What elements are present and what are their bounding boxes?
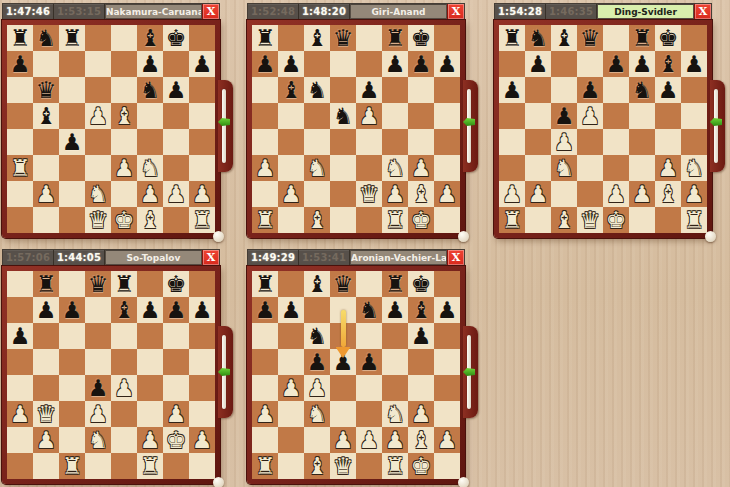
square-e7[interactable]	[356, 51, 382, 77]
square-b5[interactable]: ♝	[33, 103, 59, 129]
square-h8[interactable]	[189, 271, 215, 297]
square-h2[interactable]: ♟	[434, 427, 460, 453]
square-h6[interactable]	[189, 77, 215, 103]
square-a1[interactable]	[7, 453, 33, 479]
square-f5[interactable]	[137, 349, 163, 375]
square-b4[interactable]	[33, 375, 59, 401]
square-b2[interactable]: ♟	[33, 181, 59, 207]
square-c7[interactable]	[59, 51, 85, 77]
square-a6[interactable]: ♟	[7, 323, 33, 349]
square-g1[interactable]	[655, 207, 681, 233]
close-button[interactable]: X	[694, 4, 711, 19]
square-b7[interactable]	[33, 51, 59, 77]
square-f1[interactable]	[629, 207, 655, 233]
square-h3[interactable]	[189, 401, 215, 427]
square-f4[interactable]	[137, 375, 163, 401]
corner-knob[interactable]	[458, 477, 469, 487]
square-b6[interactable]	[525, 77, 551, 103]
square-g4[interactable]	[163, 375, 189, 401]
square-f7[interactable]: ♟	[382, 297, 408, 323]
square-c5[interactable]	[59, 349, 85, 375]
square-a2[interactable]	[7, 181, 33, 207]
square-e3[interactable]: ♟	[111, 155, 137, 181]
square-h3[interactable]	[434, 155, 460, 181]
square-e2[interactable]: ♛	[356, 181, 382, 207]
square-g4[interactable]	[408, 375, 434, 401]
square-e4[interactable]: ♟	[111, 375, 137, 401]
square-c7[interactable]	[304, 51, 330, 77]
square-d1[interactable]: ♛	[577, 207, 603, 233]
square-f3[interactable]	[137, 401, 163, 427]
square-c6[interactable]: ♞	[304, 323, 330, 349]
square-b8[interactable]: ♞	[525, 25, 551, 51]
square-g4[interactable]	[163, 129, 189, 155]
square-b8[interactable]	[278, 25, 304, 51]
square-f1[interactable]: ♜	[382, 207, 408, 233]
square-c3[interactable]: ♞	[551, 155, 577, 181]
square-e3[interactable]	[356, 401, 382, 427]
square-b3[interactable]	[33, 155, 59, 181]
square-e6[interactable]	[111, 323, 137, 349]
square-d4[interactable]	[577, 129, 603, 155]
square-b4[interactable]	[33, 129, 59, 155]
square-h1[interactable]: ♜	[681, 207, 707, 233]
square-b3[interactable]	[278, 155, 304, 181]
square-h3[interactable]	[189, 155, 215, 181]
square-c2[interactable]	[304, 181, 330, 207]
square-f6[interactable]: ♞	[137, 77, 163, 103]
square-b6[interactable]: ♝	[278, 77, 304, 103]
square-a3[interactable]: ♟	[252, 401, 278, 427]
square-d7[interactable]	[85, 51, 111, 77]
close-button[interactable]: X	[447, 250, 464, 265]
square-e7[interactable]: ♞	[356, 297, 382, 323]
square-b1[interactable]	[33, 453, 59, 479]
square-h7[interactable]: ♟	[189, 51, 215, 77]
square-g5[interactable]	[408, 103, 434, 129]
square-f1[interactable]: ♜	[382, 453, 408, 479]
slider-track[interactable]	[467, 335, 471, 409]
square-f7[interactable]: ♟	[382, 51, 408, 77]
square-d2[interactable]: ♞	[85, 427, 111, 453]
slider-handle[interactable]	[218, 118, 230, 126]
square-a3[interactable]: ♜	[7, 155, 33, 181]
square-d8[interactable]: ♛	[330, 25, 356, 51]
square-d2[interactable]: ♟	[330, 427, 356, 453]
square-b4[interactable]: ♟	[278, 375, 304, 401]
square-h2[interactable]: ♟	[189, 427, 215, 453]
square-e6[interactable]	[356, 323, 382, 349]
slider-handle[interactable]	[218, 368, 230, 376]
square-d3[interactable]	[577, 155, 603, 181]
square-g7[interactable]: ♟	[163, 297, 189, 323]
square-a2[interactable]: ♟	[499, 181, 525, 207]
square-f4[interactable]	[629, 129, 655, 155]
corner-knob[interactable]	[705, 231, 716, 242]
square-c5[interactable]: ♟	[304, 349, 330, 375]
slider-handle[interactable]	[710, 118, 722, 126]
square-g2[interactable]: ♟	[163, 181, 189, 207]
square-g1[interactable]: ♚	[408, 207, 434, 233]
square-g5[interactable]	[408, 349, 434, 375]
square-d2[interactable]	[330, 181, 356, 207]
square-h8[interactable]	[434, 25, 460, 51]
square-b5[interactable]	[525, 103, 551, 129]
square-f7[interactable]: ♟	[137, 297, 163, 323]
square-a2[interactable]	[252, 427, 278, 453]
square-h4[interactable]	[434, 375, 460, 401]
square-e2[interactable]: ♟	[356, 427, 382, 453]
square-g2[interactable]: ♝	[408, 181, 434, 207]
square-c8[interactable]: ♝	[304, 271, 330, 297]
square-c2[interactable]	[304, 427, 330, 453]
square-a6[interactable]	[7, 77, 33, 103]
square-e8[interactable]	[356, 271, 382, 297]
square-e8[interactable]	[111, 25, 137, 51]
square-g5[interactable]	[163, 349, 189, 375]
square-e3[interactable]	[603, 155, 629, 181]
square-g5[interactable]	[163, 103, 189, 129]
square-f6[interactable]	[382, 323, 408, 349]
square-h4[interactable]	[189, 129, 215, 155]
square-g7[interactable]	[163, 51, 189, 77]
square-c6[interactable]: ♞	[304, 77, 330, 103]
square-e3[interactable]	[111, 401, 137, 427]
square-d5[interactable]: ♞	[330, 103, 356, 129]
square-d2[interactable]	[577, 181, 603, 207]
chess-board[interactable]: ♜♝♛♜♚♟♟♞♟♝♟♞♟♟♟♟♟♟♟♞♞♟♟♟♟♝♟♜♝♛♜♚	[252, 271, 460, 479]
square-e1[interactable]	[356, 207, 382, 233]
square-c2[interactable]	[551, 181, 577, 207]
square-a4[interactable]	[7, 375, 33, 401]
square-f4[interactable]	[137, 129, 163, 155]
square-c4[interactable]	[304, 129, 330, 155]
square-d4[interactable]	[330, 375, 356, 401]
square-f4[interactable]	[382, 129, 408, 155]
corner-knob[interactable]	[213, 477, 224, 487]
square-g8[interactable]: ♚	[408, 25, 434, 51]
square-f6[interactable]	[382, 77, 408, 103]
square-a1[interactable]	[7, 207, 33, 233]
square-c5[interactable]	[59, 103, 85, 129]
square-d5[interactable]: ♟	[577, 103, 603, 129]
square-f1[interactable]: ♝	[137, 207, 163, 233]
square-b2[interactable]: ♟	[33, 427, 59, 453]
square-a1[interactable]: ♜	[252, 207, 278, 233]
square-a7[interactable]: ♟	[252, 51, 278, 77]
square-e2[interactable]	[111, 427, 137, 453]
square-d1[interactable]: ♛	[85, 207, 111, 233]
square-h6[interactable]	[681, 77, 707, 103]
square-c7[interactable]	[551, 51, 577, 77]
square-h5[interactable]	[189, 103, 215, 129]
square-h1[interactable]	[434, 453, 460, 479]
square-f2[interactable]: ♟	[137, 181, 163, 207]
square-c3[interactable]	[59, 401, 85, 427]
square-c8[interactable]: ♝	[551, 25, 577, 51]
square-f5[interactable]	[382, 103, 408, 129]
square-d1[interactable]	[85, 453, 111, 479]
square-h1[interactable]	[434, 207, 460, 233]
square-c6[interactable]	[551, 77, 577, 103]
close-button[interactable]: X	[202, 4, 219, 19]
square-e5[interactable]: ♟	[356, 103, 382, 129]
square-a8[interactable]: ♜	[7, 25, 33, 51]
square-a3[interactable]: ♟	[252, 155, 278, 181]
square-h5[interactable]	[434, 349, 460, 375]
square-f2[interactable]: ♟	[629, 181, 655, 207]
square-f5[interactable]	[629, 103, 655, 129]
corner-knob[interactable]	[458, 231, 469, 242]
square-b2[interactable]: ♟	[278, 181, 304, 207]
square-g2[interactable]: ♝	[655, 181, 681, 207]
square-h7[interactable]: ♟	[434, 297, 460, 323]
square-g6[interactable]	[408, 77, 434, 103]
square-h8[interactable]	[189, 25, 215, 51]
square-e5[interactable]	[603, 103, 629, 129]
square-f5[interactable]	[382, 349, 408, 375]
square-e4[interactable]	[603, 129, 629, 155]
square-c3[interactable]: ♞	[304, 155, 330, 181]
square-a4[interactable]	[499, 129, 525, 155]
square-f3[interactable]	[629, 155, 655, 181]
square-b7[interactable]: ♟	[278, 51, 304, 77]
square-d3[interactable]	[85, 155, 111, 181]
square-b7[interactable]: ♟	[525, 51, 551, 77]
slider-handle[interactable]	[463, 118, 475, 126]
square-f5[interactable]	[137, 103, 163, 129]
square-c8[interactable]: ♝	[304, 25, 330, 51]
square-c1[interactable]: ♝	[304, 453, 330, 479]
square-a2[interactable]	[252, 181, 278, 207]
square-h1[interactable]	[189, 453, 215, 479]
square-h6[interactable]	[434, 77, 460, 103]
close-button[interactable]: X	[202, 250, 219, 265]
square-c7[interactable]	[304, 297, 330, 323]
square-e5[interactable]: ♝	[111, 103, 137, 129]
slider-track[interactable]	[222, 335, 226, 409]
square-g3[interactable]: ♟	[408, 401, 434, 427]
square-b7[interactable]: ♟	[33, 297, 59, 323]
players-label[interactable]: Nakamura-Caruana	[105, 4, 202, 19]
square-f2[interactable]: ♟	[382, 427, 408, 453]
chess-board[interactable]: ♜♞♝♛♜♚♟♟♟♝♟♟♟♞♟♟♟♟♞♟♞♟♟♟♟♝♟♜♝♛♚♜	[499, 25, 707, 233]
square-g3[interactable]: ♟	[655, 155, 681, 181]
square-g2[interactable]: ♝	[408, 427, 434, 453]
square-b1[interactable]	[525, 207, 551, 233]
square-a4[interactable]	[252, 375, 278, 401]
square-e3[interactable]	[356, 155, 382, 181]
square-h4[interactable]	[681, 129, 707, 155]
square-e2[interactable]: ♟	[603, 181, 629, 207]
square-g3[interactable]: ♟	[408, 155, 434, 181]
square-g8[interactable]: ♚	[655, 25, 681, 51]
square-b3[interactable]	[278, 401, 304, 427]
square-b6[interactable]	[278, 323, 304, 349]
square-b1[interactable]	[33, 207, 59, 233]
square-e8[interactable]	[603, 25, 629, 51]
square-g8[interactable]: ♚	[163, 25, 189, 51]
square-g6[interactable]: ♟	[655, 77, 681, 103]
square-g7[interactable]: ♝	[408, 297, 434, 323]
square-b3[interactable]	[525, 155, 551, 181]
chess-board[interactable]: ♜♝♛♜♚♟♟♟♟♟♝♞♟♞♟♟♞♞♟♟♛♟♝♟♜♝♜♚	[252, 25, 460, 233]
square-b1[interactable]	[278, 207, 304, 233]
square-c4[interactable]: ♟	[304, 375, 330, 401]
square-a8[interactable]	[7, 271, 33, 297]
square-c1[interactable]: ♜	[59, 453, 85, 479]
square-h7[interactable]: ♟	[189, 297, 215, 323]
square-c6[interactable]	[59, 323, 85, 349]
square-a7[interactable]	[7, 297, 33, 323]
square-f6[interactable]	[137, 323, 163, 349]
square-c1[interactable]	[59, 207, 85, 233]
square-e2[interactable]	[111, 181, 137, 207]
square-c6[interactable]	[59, 77, 85, 103]
square-g4[interactable]	[655, 129, 681, 155]
close-button[interactable]: X	[447, 4, 464, 19]
square-h3[interactable]	[434, 401, 460, 427]
square-c8[interactable]	[59, 271, 85, 297]
square-d1[interactable]	[330, 207, 356, 233]
square-g6[interactable]	[163, 323, 189, 349]
square-h8[interactable]	[681, 25, 707, 51]
square-d1[interactable]: ♛	[330, 453, 356, 479]
square-b5[interactable]	[278, 103, 304, 129]
square-d2[interactable]: ♞	[85, 181, 111, 207]
square-a5[interactable]	[252, 349, 278, 375]
square-g7[interactable]: ♝	[655, 51, 681, 77]
square-h2[interactable]: ♟	[189, 181, 215, 207]
square-c2[interactable]	[59, 427, 85, 453]
square-a1[interactable]: ♜	[252, 453, 278, 479]
square-a8[interactable]: ♜	[252, 25, 278, 51]
square-f1[interactable]: ♜	[137, 453, 163, 479]
square-g3[interactable]: ♟	[163, 401, 189, 427]
square-h5[interactable]	[434, 103, 460, 129]
square-c7[interactable]: ♟	[59, 297, 85, 323]
square-a5[interactable]	[7, 349, 33, 375]
square-g4[interactable]	[408, 129, 434, 155]
square-e6[interactable]	[603, 77, 629, 103]
square-a8[interactable]: ♜	[499, 25, 525, 51]
square-g8[interactable]: ♚	[163, 271, 189, 297]
square-d4[interactable]	[330, 129, 356, 155]
square-g3[interactable]	[163, 155, 189, 181]
square-c1[interactable]: ♝	[304, 207, 330, 233]
square-b8[interactable]: ♜	[33, 271, 59, 297]
square-d6[interactable]	[330, 77, 356, 103]
square-e1[interactable]	[356, 453, 382, 479]
corner-knob[interactable]	[213, 231, 224, 242]
square-a6[interactable]: ♟	[499, 77, 525, 103]
square-f7[interactable]: ♟	[137, 51, 163, 77]
square-d6[interactable]	[85, 77, 111, 103]
square-f8[interactable]: ♜	[382, 25, 408, 51]
square-b5[interactable]	[278, 349, 304, 375]
square-c2[interactable]	[59, 181, 85, 207]
square-g7[interactable]: ♟	[408, 51, 434, 77]
square-a3[interactable]	[499, 155, 525, 181]
square-g6[interactable]: ♟	[408, 323, 434, 349]
slider-track[interactable]	[222, 89, 226, 163]
square-e5[interactable]: ♟	[356, 349, 382, 375]
square-b4[interactable]	[525, 129, 551, 155]
square-d7[interactable]	[577, 51, 603, 77]
players-label[interactable]: Aronian-Vachier-Lagrave	[350, 250, 447, 265]
square-c5[interactable]: ♟	[551, 103, 577, 129]
square-h6[interactable]	[189, 323, 215, 349]
square-c3[interactable]	[59, 155, 85, 181]
square-b1[interactable]	[278, 453, 304, 479]
square-c4[interactable]: ♟	[59, 129, 85, 155]
square-b8[interactable]	[278, 271, 304, 297]
square-f8[interactable]	[137, 271, 163, 297]
square-e1[interactable]: ♚	[111, 207, 137, 233]
square-g1[interactable]	[163, 207, 189, 233]
square-h4[interactable]	[189, 375, 215, 401]
square-d6[interactable]	[85, 323, 111, 349]
square-a4[interactable]	[252, 129, 278, 155]
square-a1[interactable]: ♜	[499, 207, 525, 233]
square-b4[interactable]	[278, 129, 304, 155]
square-h3[interactable]: ♞	[681, 155, 707, 181]
square-e7[interactable]: ♟	[603, 51, 629, 77]
chess-board[interactable]: ♜♛♜♚♟♟♝♟♟♟♟♟♟♟♛♟♟♟♞♟♚♟♜♜	[7, 271, 215, 479]
square-c5[interactable]	[304, 103, 330, 129]
square-e1[interactable]: ♚	[603, 207, 629, 233]
square-h4[interactable]	[434, 129, 460, 155]
square-e4[interactable]	[111, 129, 137, 155]
square-e5[interactable]	[111, 349, 137, 375]
square-d7[interactable]	[330, 51, 356, 77]
square-d7[interactable]	[85, 297, 111, 323]
square-c8[interactable]: ♜	[59, 25, 85, 51]
square-b7[interactable]: ♟	[278, 297, 304, 323]
square-a7[interactable]: ♟	[7, 51, 33, 77]
square-a5[interactable]	[252, 103, 278, 129]
square-g6[interactable]: ♟	[163, 77, 189, 103]
square-f8[interactable]: ♜	[382, 271, 408, 297]
square-b2[interactable]: ♟	[525, 181, 551, 207]
players-label[interactable]: So-Topalov	[105, 250, 202, 265]
square-f3[interactable]: ♞	[382, 401, 408, 427]
square-a5[interactable]	[7, 103, 33, 129]
square-a6[interactable]	[252, 323, 278, 349]
square-d5[interactable]	[85, 349, 111, 375]
square-a7[interactable]	[499, 51, 525, 77]
square-e7[interactable]	[111, 51, 137, 77]
square-e4[interactable]	[356, 129, 382, 155]
square-d4[interactable]	[85, 129, 111, 155]
square-h5[interactable]	[189, 349, 215, 375]
square-g2[interactable]: ♚	[163, 427, 189, 453]
square-e8[interactable]	[356, 25, 382, 51]
square-d3[interactable]	[330, 155, 356, 181]
square-c4[interactable]	[59, 375, 85, 401]
square-e7[interactable]: ♝	[111, 297, 137, 323]
square-b2[interactable]	[278, 427, 304, 453]
square-d6[interactable]: ♟	[577, 77, 603, 103]
slider-track[interactable]	[467, 89, 471, 163]
square-g8[interactable]: ♚	[408, 271, 434, 297]
players-label[interactable]: Ding-Svidler	[597, 4, 694, 19]
slider-handle[interactable]	[463, 368, 475, 376]
square-d8[interactable]: ♛	[85, 271, 111, 297]
square-f7[interactable]: ♟	[629, 51, 655, 77]
square-a2[interactable]	[7, 427, 33, 453]
square-d3[interactable]: ♟	[85, 401, 111, 427]
